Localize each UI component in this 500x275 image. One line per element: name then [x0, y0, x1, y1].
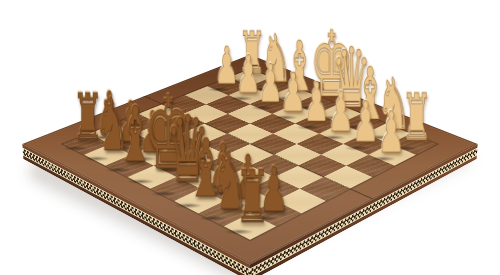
chess-set-product-photo: ♜♞♝♚♛♝♞♜♟♟♟♟♟♟♟♟♟♟♟♟♟♟♟♟♜♞♝♚♛♝♞♜ [0, 0, 500, 275]
photo-scene: ♜♞♝♚♛♝♞♜♟♟♟♟♟♟♟♟♟♟♟♟♟♟♟♟♜♞♝♚♛♝♞♜ [0, 0, 500, 275]
square: ♜ [224, 213, 276, 239]
folding-chess-case: ♜♞♝♚♛♝♞♜♟♟♟♟♟♟♟♟♟♟♟♟♟♟♟♟♜♞♝♚♛♝♞♜ [22, 55, 477, 265]
rook-glyph: ♜ [401, 87, 432, 148]
pawn-glyph: ♟ [378, 105, 406, 159]
chess-board: ♜♞♝♚♛♝♞♜♟♟♟♟♟♟♟♟♟♟♟♟♟♟♟♟♜♞♝♚♛♝♞♜ [63, 69, 436, 240]
rook-glyph: ♜ [235, 164, 270, 233]
light-pawn: ♟ [366, 105, 400, 159]
dark-rook: ♜ [220, 164, 257, 233]
case-top-walnut-frame: ♜♞♝♚♛♝♞♜♟♟♟♟♟♟♟♟♟♟♟♟♟♟♟♟♜♞♝♚♛♝♞♜ [22, 55, 477, 265]
